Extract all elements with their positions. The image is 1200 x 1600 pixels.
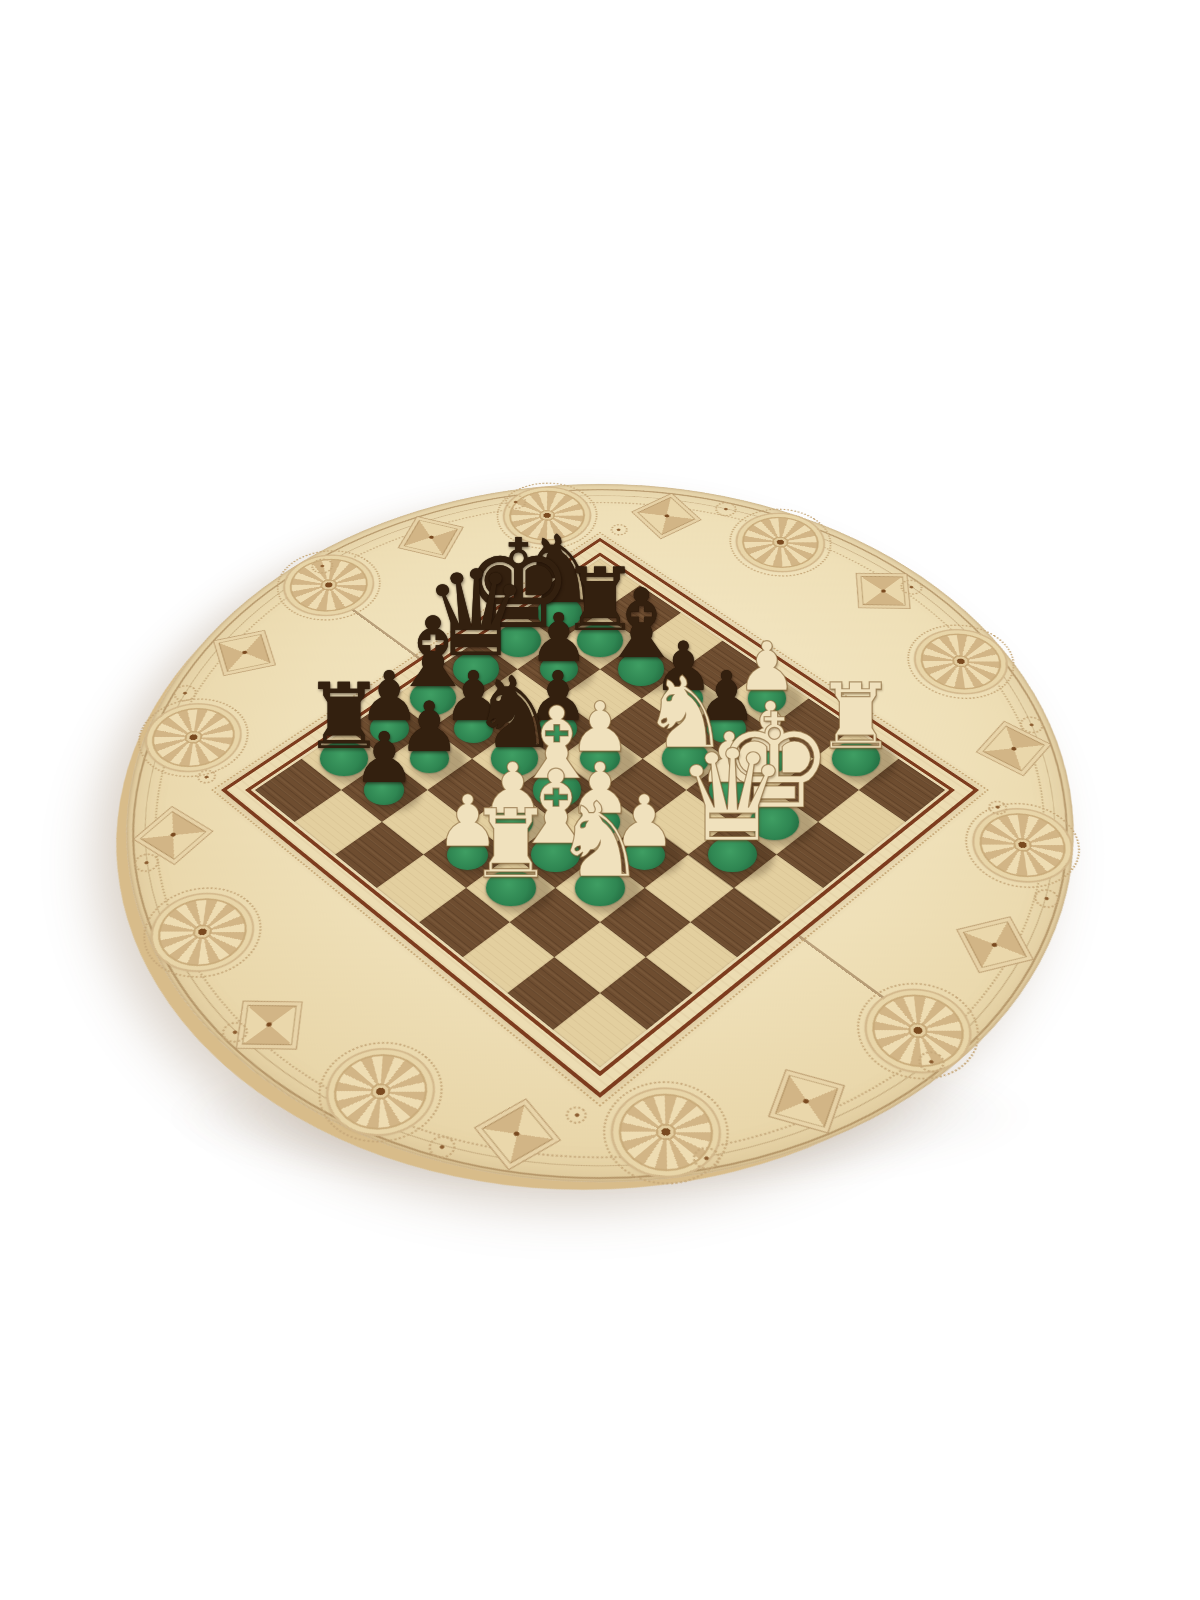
white-knight[interactable]: ♞ xyxy=(554,789,647,893)
white-queen[interactable]: ♛ xyxy=(676,733,790,860)
pieces-layer: ♞♜♝♟♟♚♟♛♟♝♟♞♟♟♜♟♟♜♟♞♟♚♟♛♝♟♟♟♝♞♟♜ xyxy=(0,0,1200,1600)
black-pawn[interactable]: ♟ xyxy=(353,723,416,793)
white-rook[interactable]: ♜ xyxy=(468,797,553,892)
